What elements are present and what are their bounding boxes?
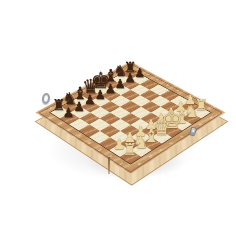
- piece-white-knight-b1: ♞: [133, 134, 149, 152]
- piece-black-king-e8: ♚: [91, 69, 111, 91]
- piece-white-bishop-f1: ♝: [174, 108, 190, 126]
- piece-white-rook-a1: ♜: [123, 142, 138, 158]
- piece-black-knight-b8: ♞: [62, 91, 77, 107]
- piece-black-bishop-c8: ♝: [73, 85, 88, 102]
- piece-black-pawn-f7: ♟: [115, 78, 126, 91]
- piece-white-pawn-d2: ♟: [145, 118, 157, 131]
- piece-black-pawn-c7: ♟: [84, 94, 96, 107]
- piece-white-bishop-c1: ♝: [143, 127, 160, 145]
- piece-black-bishop-f8: ♝: [103, 68, 118, 85]
- piece-white-pawn-c2: ♟: [135, 125, 147, 139]
- piece-white-pawn-g2: ♟: [175, 100, 187, 113]
- piece-black-queen-d8: ♛: [82, 77, 99, 96]
- piece-white-queen-d1: ♛: [152, 118, 171, 139]
- piece-white-king-e1: ♚: [161, 109, 182, 133]
- piece-white-pawn-e2: ♟: [155, 112, 167, 125]
- piece-black-pawn-e7: ♟: [105, 83, 116, 96]
- piece-white-knight-g1: ♞: [184, 103, 199, 120]
- piece-black-pawn-h7: ♟: [134, 67, 145, 79]
- piece-black-pawn-g7: ♟: [124, 72, 135, 84]
- piece-black-rook-h8: ♜: [124, 60, 137, 74]
- piece-black-pawn-a7: ♟: [63, 106, 75, 119]
- piece-white-pawn-b2: ♟: [124, 131, 136, 145]
- piece-white-pawn-h2: ♟: [185, 94, 197, 107]
- piece-white-pawn-f2: ♟: [165, 106, 177, 119]
- piece-black-pawn-d7: ♟: [94, 89, 105, 102]
- piece-black-knight-g8: ♞: [113, 64, 127, 80]
- product-photo: 87654321 87654321 hgfedcba hgfedcba ♜♞♝♛…: [0, 0, 236, 236]
- piece-white-rook-h1: ♜: [194, 98, 207, 113]
- piece-black-rook-a8: ♜: [52, 98, 65, 113]
- pieces-layer: ♜♞♝♛♚♝♞♜♟♟♟♟♟♟♟♟♟♟♟♟♟♟♟♟♜♞♝♛♚♝♞♜: [0, 0, 236, 236]
- piece-white-pawn-a2: ♟: [113, 138, 125, 152]
- piece-black-pawn-b7: ♟: [73, 100, 85, 113]
